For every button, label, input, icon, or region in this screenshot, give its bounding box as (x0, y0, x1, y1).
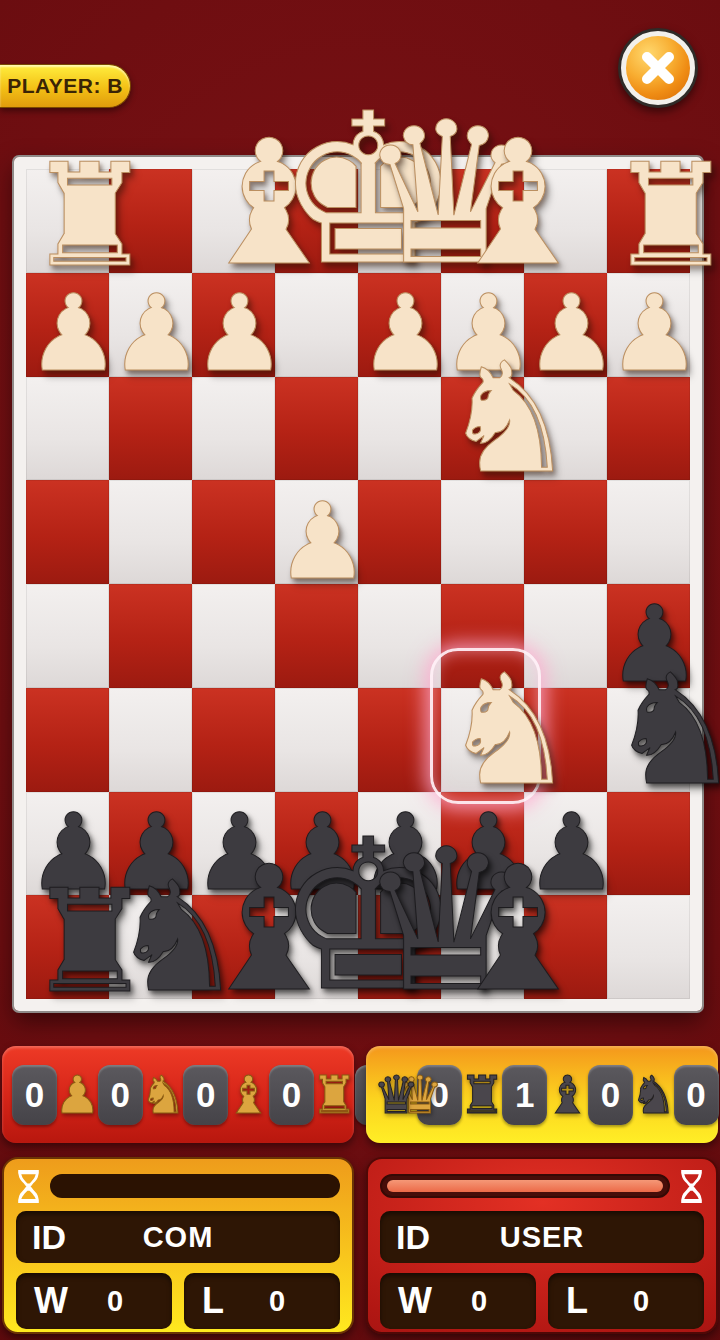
black-king[interactable]: ♚ (275, 812, 358, 1020)
white-queen[interactable]: ♛ (358, 96, 441, 292)
captured-slot-bishop: ♝0 (547, 1065, 633, 1125)
com-name: COM (16, 1221, 340, 1254)
user-name: USER (380, 1221, 704, 1254)
captured-slot-knight: 0♞ (98, 1065, 184, 1125)
close-button-face (621, 31, 695, 105)
black-knight[interactable]: ♞ (607, 655, 690, 807)
close-button[interactable] (618, 28, 698, 108)
com-wins-label: W (34, 1280, 68, 1322)
com-wins-bar: W 0 (16, 1273, 172, 1329)
close-x-icon (641, 51, 675, 85)
user-timer-track (380, 1174, 670, 1198)
white-king[interactable]: ♚ (275, 86, 358, 294)
hourglass-icon (16, 1170, 41, 1203)
board-pieces: ♜♝♚♛♝♜♟♟♟♟♟♟♟♞♟♟♞♞♟♟♟♟♟♟♟♜♞♝♚♛♝ (26, 169, 690, 999)
com-timer-row (16, 1167, 340, 1205)
user-losses-value: 0 (588, 1285, 694, 1318)
captured-slot-pawn: 0♟ (12, 1065, 98, 1125)
captured-slot-rook: ♜1 (462, 1065, 548, 1125)
black-queen[interactable]: ♛ (358, 823, 441, 1019)
captured-slot-rook: 0♜ (269, 1065, 355, 1125)
white-pawn[interactable]: ♟ (607, 281, 690, 387)
captured-count-pawn: 0 (12, 1065, 57, 1125)
queen-icon: ♛ (373, 1069, 420, 1121)
white-bishop[interactable]: ♝ (441, 118, 524, 290)
user-losses-bar: L 0 (548, 1273, 704, 1329)
user-id-bar: ID USER (380, 1211, 704, 1263)
user-timer-row (380, 1167, 704, 1205)
captured-tray-com: 0♟0♞0♝0♜0♛ (2, 1046, 354, 1143)
white-pawn[interactable]: ♟ (358, 281, 441, 387)
user-timer-fill (387, 1180, 663, 1192)
white-knight[interactable]: ♞ (441, 343, 524, 495)
black-bishop[interactable]: ♝ (441, 844, 524, 1016)
white-knight[interactable]: ♞ (441, 655, 524, 807)
white-bishop[interactable]: ♝ (192, 118, 275, 290)
com-timer-track (50, 1174, 340, 1198)
com-id-bar: ID COM (16, 1211, 340, 1263)
captured-count-knight: 0 (98, 1065, 143, 1125)
captured-count-rook: 0 (269, 1065, 314, 1125)
captured-slot-knight: ♞0 (633, 1065, 719, 1125)
com-losses-bar: L 0 (184, 1273, 340, 1329)
captured-count-bishop: 0 (588, 1065, 633, 1125)
user-losses-label: L (566, 1280, 588, 1322)
black-rook[interactable]: ♜ (26, 871, 109, 1013)
captured-count-knight: 0 (674, 1065, 719, 1125)
bishop-icon: ♝ (225, 1069, 272, 1121)
white-rook[interactable]: ♜ (26, 145, 109, 287)
user-wins-label: W (398, 1280, 432, 1322)
chess-board: ♜♝♚♛♝♜♟♟♟♟♟♟♟♞♟♟♞♞♟♟♟♟♟♟♟♜♞♝♚♛♝ (14, 157, 702, 1011)
bishop-icon: ♝ (544, 1069, 591, 1121)
captured-tray-user: ♛0♜1♝0♞0♟0 (366, 1046, 718, 1143)
knight-icon: ♞ (140, 1069, 187, 1121)
black-bishop[interactable]: ♝ (192, 844, 275, 1016)
com-losses-label: L (202, 1280, 224, 1322)
rook-icon: ♜ (459, 1069, 506, 1121)
knight-icon: ♞ (630, 1069, 677, 1121)
white-pawn[interactable]: ♟ (26, 281, 109, 387)
white-rook[interactable]: ♜ (607, 145, 690, 287)
com-panel: ID COM W 0 L 0 (2, 1157, 354, 1334)
white-pawn[interactable]: ♟ (109, 281, 192, 387)
hourglass-icon (679, 1170, 704, 1203)
white-pawn[interactable]: ♟ (275, 489, 358, 595)
rook-icon: ♜ (311, 1069, 358, 1121)
captured-slot-bishop: 0♝ (183, 1065, 269, 1125)
player-badge: PLAYER: B (0, 64, 131, 108)
black-knight[interactable]: ♞ (109, 862, 192, 1014)
captured-count-bishop: 0 (183, 1065, 228, 1125)
com-losses-value: 0 (224, 1285, 330, 1318)
user-panel: ID USER W 0 L 0 (366, 1157, 718, 1334)
com-wins-value: 0 (68, 1285, 162, 1318)
pawn-icon: ♟ (716, 1069, 720, 1121)
pawn-icon: ♟ (54, 1069, 101, 1121)
user-wins-bar: W 0 (380, 1273, 536, 1329)
captured-count-rook: 1 (502, 1065, 547, 1125)
user-wins-value: 0 (432, 1285, 526, 1318)
white-pawn[interactable]: ♟ (192, 281, 275, 387)
captured-slot-queen: ♛0 (376, 1065, 462, 1125)
chess-game-screen: PLAYER: B ♜♝♚♛♝♜♟♟♟♟♟♟♟♞♟♟♞♞♟♟♟♟♟♟♟♜♞♝♚♛… (0, 0, 720, 1340)
